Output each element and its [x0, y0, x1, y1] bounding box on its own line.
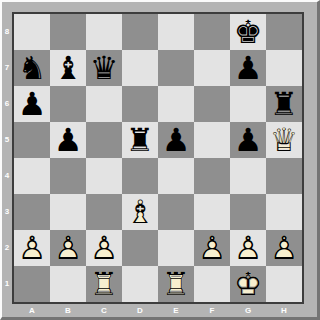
square-h5[interactable]: ♛︎♕︎: [266, 122, 302, 158]
rank-label-5: 5: [2, 122, 12, 158]
black-pawn-glyph: ♟︎: [158, 122, 194, 158]
file-label-f: F: [194, 304, 230, 317]
piece-white-pawn[interactable]: ♟︎♙︎: [14, 230, 50, 266]
diagram-frame: 87654321 ♚︎♞︎♝︎♛︎♟︎♟︎♜︎♟︎♜︎♟︎♟︎♛︎♕︎♝︎♗︎♟…: [0, 0, 320, 320]
square-c4[interactable]: [86, 158, 122, 194]
rank-label-4: 4: [2, 158, 12, 194]
square-d3[interactable]: ♝︎♗︎: [122, 194, 158, 230]
square-e5[interactable]: ♟︎: [158, 122, 194, 158]
rank-label-6: 6: [2, 86, 12, 122]
file-label-b: B: [50, 304, 86, 317]
black-rook-glyph: ♜︎: [122, 122, 158, 158]
piece-black-rook[interactable]: ♜︎: [266, 86, 302, 122]
square-c6[interactable]: [86, 86, 122, 122]
square-e6[interactable]: [158, 86, 194, 122]
square-g2[interactable]: ♟︎♙︎: [230, 230, 266, 266]
square-a4[interactable]: [14, 158, 50, 194]
black-knight-glyph: ♞︎: [14, 50, 50, 86]
square-b1[interactable]: [50, 266, 86, 302]
white-pawn-outline-glyph: ♙︎: [230, 230, 266, 266]
black-king-glyph: ♚︎: [230, 14, 266, 50]
piece-black-queen[interactable]: ♛︎: [86, 50, 122, 86]
white-pawn-outline-glyph: ♙︎: [50, 230, 86, 266]
square-a6[interactable]: ♟︎: [14, 86, 50, 122]
square-f3[interactable]: [194, 194, 230, 230]
white-pawn-outline-glyph: ♙︎: [266, 230, 302, 266]
square-e4[interactable]: [158, 158, 194, 194]
square-d8[interactable]: [122, 14, 158, 50]
white-pawn-outline-glyph: ♙︎: [14, 230, 50, 266]
square-e3[interactable]: [158, 194, 194, 230]
black-rook-glyph: ♜︎: [266, 86, 302, 122]
square-f8[interactable]: [194, 14, 230, 50]
file-label-a: A: [14, 304, 50, 317]
black-pawn-glyph: ♟︎: [230, 122, 266, 158]
square-a1[interactable]: [14, 266, 50, 302]
square-f6[interactable]: [194, 86, 230, 122]
square-a5[interactable]: [14, 122, 50, 158]
piece-white-bishop[interactable]: ♝︎♗︎: [122, 194, 158, 230]
black-pawn-glyph: ♟︎: [230, 50, 266, 86]
chess-board: ♚︎♞︎♝︎♛︎♟︎♟︎♜︎♟︎♜︎♟︎♟︎♛︎♕︎♝︎♗︎♟︎♙︎♟︎♙︎♟︎…: [12, 12, 304, 304]
white-queen-outline-glyph: ♕︎: [266, 122, 302, 158]
square-h2[interactable]: ♟︎♙︎: [266, 230, 302, 266]
square-g3[interactable]: [230, 194, 266, 230]
piece-white-pawn[interactable]: ♟︎♙︎: [50, 230, 86, 266]
white-king-outline-glyph: ♔︎: [230, 266, 266, 302]
piece-black-pawn[interactable]: ♟︎: [230, 122, 266, 158]
square-d6[interactable]: [122, 86, 158, 122]
square-d7[interactable]: [122, 50, 158, 86]
square-b6[interactable]: [50, 86, 86, 122]
file-label-d: D: [122, 304, 158, 317]
piece-black-knight[interactable]: ♞︎: [14, 50, 50, 86]
white-pawn-outline-glyph: ♙︎: [86, 230, 122, 266]
square-c3[interactable]: [86, 194, 122, 230]
square-f5[interactable]: [194, 122, 230, 158]
file-label-c: C: [86, 304, 122, 317]
piece-white-king[interactable]: ♚︎♔︎: [230, 266, 266, 302]
white-rook-outline-glyph: ♖︎: [86, 266, 122, 302]
square-b4[interactable]: [50, 158, 86, 194]
square-c1[interactable]: ♜︎♖︎: [86, 266, 122, 302]
rank-label-3: 3: [2, 194, 12, 230]
square-h4[interactable]: [266, 158, 302, 194]
white-pawn-outline-glyph: ♙︎: [194, 230, 230, 266]
square-d4[interactable]: [122, 158, 158, 194]
square-h7[interactable]: [266, 50, 302, 86]
piece-black-pawn[interactable]: ♟︎: [14, 86, 50, 122]
square-g8[interactable]: ♚︎: [230, 14, 266, 50]
square-e8[interactable]: [158, 14, 194, 50]
square-g4[interactable]: [230, 158, 266, 194]
square-g6[interactable]: [230, 86, 266, 122]
rank-labels: 87654321: [2, 14, 12, 302]
square-c5[interactable]: [86, 122, 122, 158]
piece-black-pawn[interactable]: ♟︎: [158, 122, 194, 158]
file-label-h: H: [266, 304, 302, 317]
square-h8[interactable]: [266, 14, 302, 50]
piece-white-pawn[interactable]: ♟︎♙︎: [266, 230, 302, 266]
file-labels: ABCDEFGH: [14, 304, 302, 317]
rank-label-2: 2: [2, 230, 12, 266]
square-h3[interactable]: [266, 194, 302, 230]
square-e1[interactable]: ♜︎♖︎: [158, 266, 194, 302]
rank-label-7: 7: [2, 50, 12, 86]
square-a2[interactable]: ♟︎♙︎: [14, 230, 50, 266]
square-a7[interactable]: ♞︎: [14, 50, 50, 86]
square-e7[interactable]: [158, 50, 194, 86]
piece-white-pawn[interactable]: ♟︎♙︎: [86, 230, 122, 266]
square-b7[interactable]: ♝︎: [50, 50, 86, 86]
piece-white-queen[interactable]: ♛︎♕︎: [266, 122, 302, 158]
square-f1[interactable]: [194, 266, 230, 302]
black-pawn-glyph: ♟︎: [14, 86, 50, 122]
file-label-g: G: [230, 304, 266, 317]
square-b3[interactable]: [50, 194, 86, 230]
piece-white-rook[interactable]: ♜︎♖︎: [158, 266, 194, 302]
piece-black-pawn[interactable]: ♟︎: [230, 50, 266, 86]
piece-black-king[interactable]: ♚︎: [230, 14, 266, 50]
square-e2[interactable]: [158, 230, 194, 266]
square-h1[interactable]: [266, 266, 302, 302]
square-d2[interactable]: [122, 230, 158, 266]
square-b8[interactable]: [50, 14, 86, 50]
file-label-e: E: [158, 304, 194, 317]
rank-label-1: 1: [2, 266, 12, 302]
square-c2[interactable]: ♟︎♙︎: [86, 230, 122, 266]
rank-label-8: 8: [2, 14, 12, 50]
square-a8[interactable]: [14, 14, 50, 50]
black-queen-glyph: ♛︎: [86, 50, 122, 86]
piece-black-rook[interactable]: ♜︎: [122, 122, 158, 158]
square-c7[interactable]: ♛︎: [86, 50, 122, 86]
square-g5[interactable]: ♟︎: [230, 122, 266, 158]
piece-white-pawn[interactable]: ♟︎♙︎: [194, 230, 230, 266]
square-h6[interactable]: ♜︎: [266, 86, 302, 122]
black-pawn-glyph: ♟︎: [50, 122, 86, 158]
square-f7[interactable]: [194, 50, 230, 86]
square-c8[interactable]: [86, 14, 122, 50]
piece-white-pawn[interactable]: ♟︎♙︎: [230, 230, 266, 266]
square-b5[interactable]: ♟︎: [50, 122, 86, 158]
black-bishop-glyph: ♝︎: [50, 50, 86, 86]
square-g7[interactable]: ♟︎: [230, 50, 266, 86]
white-rook-outline-glyph: ♖︎: [158, 266, 194, 302]
square-a3[interactable]: [14, 194, 50, 230]
square-d1[interactable]: [122, 266, 158, 302]
piece-white-rook[interactable]: ♜︎♖︎: [86, 266, 122, 302]
square-f4[interactable]: [194, 158, 230, 194]
piece-black-pawn[interactable]: ♟︎: [50, 122, 86, 158]
square-f2[interactable]: ♟︎♙︎: [194, 230, 230, 266]
square-g1[interactable]: ♚︎♔︎: [230, 266, 266, 302]
square-b2[interactable]: ♟︎♙︎: [50, 230, 86, 266]
piece-black-bishop[interactable]: ♝︎: [50, 50, 86, 86]
square-d5[interactable]: ♜︎: [122, 122, 158, 158]
white-bishop-outline-glyph: ♗︎: [122, 194, 158, 230]
